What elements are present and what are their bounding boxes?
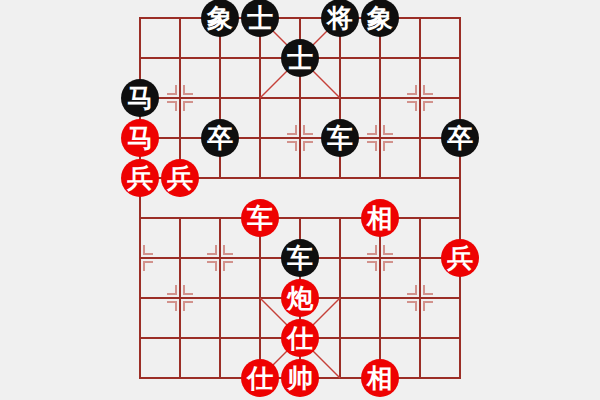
piece-red-cannon[interactable]: 炮 [281, 279, 319, 317]
piece-black-elephant[interactable]: 象 [361, 0, 399, 37]
piece-red-horse[interactable]: 马 [121, 119, 159, 157]
piece-red-elephant[interactable]: 相 [361, 359, 399, 397]
piece-red-pawn[interactable]: 兵 [121, 159, 159, 197]
piece-black-chariot[interactable]: 车 [321, 119, 359, 157]
piece-black-pawn[interactable]: 卒 [441, 119, 479, 157]
piece-black-elephant[interactable]: 象 [201, 0, 239, 37]
piece-red-chariot[interactable]: 车 [241, 199, 279, 237]
piece-black-advisor[interactable]: 士 [241, 0, 279, 37]
pieces-layer: 象士将象士马马卒车卒兵兵车相车兵炮仕仕帅相 [120, 0, 480, 398]
piece-red-pawn[interactable]: 兵 [441, 239, 479, 277]
piece-black-advisor[interactable]: 士 [281, 39, 319, 77]
piece-black-general[interactable]: 将 [321, 0, 359, 37]
piece-red-advisor[interactable]: 仕 [281, 319, 319, 357]
piece-black-pawn[interactable]: 卒 [201, 119, 239, 157]
piece-red-pawn[interactable]: 兵 [161, 159, 199, 197]
xiangqi-board: 象士将象士马马卒车卒兵兵车相车兵炮仕仕帅相 [0, 0, 600, 400]
piece-red-advisor[interactable]: 仕 [241, 359, 279, 397]
piece-black-horse[interactable]: 马 [121, 79, 159, 117]
piece-black-chariot[interactable]: 车 [281, 239, 319, 277]
piece-red-elephant[interactable]: 相 [361, 199, 399, 237]
piece-red-general[interactable]: 帅 [281, 359, 319, 397]
